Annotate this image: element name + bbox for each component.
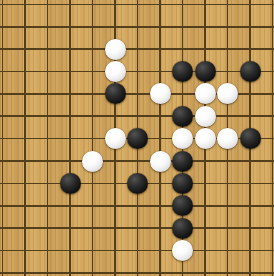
intersection-7-10[interactable]	[126, 195, 149, 217]
intersection-9-3[interactable]	[171, 38, 194, 60]
intersection-3-1[interactable]	[36, 0, 59, 16]
intersection-9-2[interactable]	[171, 16, 194, 38]
intersection-2-2[interactable]	[14, 16, 37, 38]
intersection-7-11[interactable]	[126, 217, 149, 239]
intersection-9-8[interactable]	[171, 150, 194, 172]
intersection-4-12[interactable]	[59, 239, 82, 261]
intersection-12-6[interactable]	[239, 105, 262, 127]
intersection-12-12[interactable]	[239, 239, 262, 261]
intersection-9-9[interactable]	[171, 172, 194, 194]
intersection-5-9[interactable]	[81, 172, 104, 194]
intersection-3-7[interactable]	[36, 127, 59, 149]
intersection-3-3[interactable]	[36, 38, 59, 60]
intersection-7-5[interactable]	[126, 83, 149, 105]
intersection-8-3[interactable]	[149, 38, 172, 60]
intersection-13-3[interactable]	[261, 38, 274, 60]
intersection-9-13[interactable]	[171, 262, 194, 276]
intersection-5-2[interactable]	[81, 16, 104, 38]
intersection-4-10[interactable]	[59, 195, 82, 217]
intersection-2-12[interactable]	[14, 239, 37, 261]
white-stone[interactable]	[105, 39, 126, 60]
intersection-2-5[interactable]	[14, 83, 37, 105]
intersection-3-4[interactable]	[36, 60, 59, 82]
intersection-12-3[interactable]	[239, 38, 262, 60]
intersection-11-3[interactable]	[216, 38, 239, 60]
intersection-10-5[interactable]	[194, 83, 217, 105]
intersection-13-11[interactable]	[261, 217, 274, 239]
black-stone[interactable]	[60, 173, 81, 194]
intersection-9-6[interactable]	[171, 105, 194, 127]
intersection-4-7[interactable]	[59, 127, 82, 149]
black-stone[interactable]	[127, 128, 148, 149]
intersection-7-9[interactable]	[126, 172, 149, 194]
intersection-8-12[interactable]	[149, 239, 172, 261]
intersection-10-3[interactable]	[194, 38, 217, 60]
black-stone[interactable]	[172, 61, 193, 82]
intersection-12-11[interactable]	[239, 217, 262, 239]
intersection-8-6[interactable]	[149, 105, 172, 127]
intersection-3-11[interactable]	[36, 217, 59, 239]
intersection-12-8[interactable]	[239, 150, 262, 172]
intersection-6-10[interactable]	[104, 195, 127, 217]
intersection-10-12[interactable]	[194, 239, 217, 261]
intersection-8-13[interactable]	[149, 262, 172, 276]
white-stone[interactable]	[172, 128, 193, 149]
intersection-13-13[interactable]	[261, 262, 274, 276]
intersection-3-8[interactable]	[36, 150, 59, 172]
intersection-2-1[interactable]	[14, 0, 37, 16]
intersection-8-10[interactable]	[149, 195, 172, 217]
intersection-7-3[interactable]	[126, 38, 149, 60]
intersection-7-6[interactable]	[126, 105, 149, 127]
black-stone[interactable]	[105, 83, 126, 104]
intersection-6-3[interactable]	[104, 38, 127, 60]
intersection-10-2[interactable]	[194, 16, 217, 38]
board-grid	[0, 0, 274, 276]
intersection-2-11[interactable]	[14, 217, 37, 239]
intersection-4-3[interactable]	[59, 38, 82, 60]
intersection-12-13[interactable]	[239, 262, 262, 276]
intersection-8-2[interactable]	[149, 16, 172, 38]
intersection-5-12[interactable]	[81, 239, 104, 261]
intersection-6-13[interactable]	[104, 262, 127, 276]
intersection-13-5[interactable]	[261, 83, 274, 105]
intersection-1-3[interactable]	[0, 38, 14, 60]
intersection-8-11[interactable]	[149, 217, 172, 239]
black-stone[interactable]	[240, 61, 261, 82]
intersection-12-1[interactable]	[239, 0, 262, 16]
intersection-1-2[interactable]	[0, 16, 14, 38]
intersection-11-9[interactable]	[216, 172, 239, 194]
intersection-3-12[interactable]	[36, 239, 59, 261]
intersection-6-12[interactable]	[104, 239, 127, 261]
intersection-5-8[interactable]	[81, 150, 104, 172]
intersection-6-1[interactable]	[104, 0, 127, 16]
intersection-13-12[interactable]	[261, 239, 274, 261]
intersection-1-6[interactable]	[0, 105, 14, 127]
intersection-1-10[interactable]	[0, 195, 14, 217]
intersection-13-4[interactable]	[261, 60, 274, 82]
intersection-1-7[interactable]	[0, 127, 14, 149]
intersection-11-2[interactable]	[216, 16, 239, 38]
intersection-2-3[interactable]	[14, 38, 37, 60]
intersection-10-7[interactable]	[194, 127, 217, 149]
intersection-13-9[interactable]	[261, 172, 274, 194]
intersection-8-7[interactable]	[149, 127, 172, 149]
intersection-1-11[interactable]	[0, 217, 14, 239]
intersection-2-10[interactable]	[14, 195, 37, 217]
intersection-1-1[interactable]	[0, 0, 14, 16]
intersection-5-1[interactable]	[81, 0, 104, 16]
black-stone[interactable]	[127, 173, 148, 194]
intersection-11-5[interactable]	[216, 83, 239, 105]
intersection-2-13[interactable]	[14, 262, 37, 276]
intersection-4-4[interactable]	[59, 60, 82, 82]
intersection-6-7[interactable]	[104, 127, 127, 149]
white-stone[interactable]	[105, 61, 126, 82]
intersection-7-12[interactable]	[126, 239, 149, 261]
intersection-13-8[interactable]	[261, 150, 274, 172]
intersection-10-13[interactable]	[194, 262, 217, 276]
intersection-10-9[interactable]	[194, 172, 217, 194]
intersection-4-13[interactable]	[59, 262, 82, 276]
intersection-1-4[interactable]	[0, 60, 14, 82]
black-stone[interactable]	[172, 218, 193, 239]
intersection-11-12[interactable]	[216, 239, 239, 261]
white-stone[interactable]	[195, 128, 216, 149]
intersection-13-6[interactable]	[261, 105, 274, 127]
intersection-9-10[interactable]	[171, 195, 194, 217]
white-stone[interactable]	[217, 128, 238, 149]
intersection-4-1[interactable]	[59, 0, 82, 16]
intersection-12-9[interactable]	[239, 172, 262, 194]
intersection-9-1[interactable]	[171, 0, 194, 16]
intersection-6-8[interactable]	[104, 150, 127, 172]
intersection-7-1[interactable]	[126, 0, 149, 16]
intersection-6-4[interactable]	[104, 60, 127, 82]
white-stone[interactable]	[195, 83, 216, 104]
intersection-11-1[interactable]	[216, 0, 239, 16]
intersection-12-5[interactable]	[239, 83, 262, 105]
intersection-13-2[interactable]	[261, 16, 274, 38]
intersection-10-6[interactable]	[194, 105, 217, 127]
intersection-8-5[interactable]	[149, 83, 172, 105]
intersection-13-10[interactable]	[261, 195, 274, 217]
intersection-11-13[interactable]	[216, 262, 239, 276]
intersection-9-12[interactable]	[171, 239, 194, 261]
intersection-10-10[interactable]	[194, 195, 217, 217]
intersection-1-5[interactable]	[0, 83, 14, 105]
intersection-9-11[interactable]	[171, 217, 194, 239]
intersection-8-9[interactable]	[149, 172, 172, 194]
intersection-8-1[interactable]	[149, 0, 172, 16]
intersection-3-10[interactable]	[36, 195, 59, 217]
intersection-9-5[interactable]	[171, 83, 194, 105]
white-stone[interactable]	[82, 151, 103, 172]
black-stone[interactable]	[172, 195, 193, 216]
go-board	[0, 0, 274, 276]
intersection-9-7[interactable]	[171, 127, 194, 149]
intersection-12-7[interactable]	[239, 127, 262, 149]
intersection-5-13[interactable]	[81, 262, 104, 276]
intersection-3-13[interactable]	[36, 262, 59, 276]
intersection-4-6[interactable]	[59, 105, 82, 127]
intersection-11-6[interactable]	[216, 105, 239, 127]
intersection-7-2[interactable]	[126, 16, 149, 38]
intersection-13-1[interactable]	[261, 0, 274, 16]
white-stone[interactable]	[150, 151, 171, 172]
intersection-12-10[interactable]	[239, 195, 262, 217]
intersection-6-9[interactable]	[104, 172, 127, 194]
intersection-11-4[interactable]	[216, 60, 239, 82]
black-stone[interactable]	[172, 151, 193, 172]
intersection-13-7[interactable]	[261, 127, 274, 149]
white-stone[interactable]	[105, 128, 126, 149]
intersection-5-7[interactable]	[81, 127, 104, 149]
intersection-3-9[interactable]	[36, 172, 59, 194]
intersection-4-2[interactable]	[59, 16, 82, 38]
intersection-2-7[interactable]	[14, 127, 37, 149]
intersection-8-4[interactable]	[149, 60, 172, 82]
intersection-7-8[interactable]	[126, 150, 149, 172]
intersection-11-10[interactable]	[216, 195, 239, 217]
intersection-5-4[interactable]	[81, 60, 104, 82]
intersection-2-4[interactable]	[14, 60, 37, 82]
intersection-7-13[interactable]	[126, 262, 149, 276]
intersection-9-4[interactable]	[171, 60, 194, 82]
intersection-10-1[interactable]	[194, 0, 217, 16]
intersection-10-4[interactable]	[194, 60, 217, 82]
intersection-6-2[interactable]	[104, 16, 127, 38]
white-stone[interactable]	[217, 83, 238, 104]
intersection-5-6[interactable]	[81, 105, 104, 127]
intersection-5-5[interactable]	[81, 83, 104, 105]
white-stone[interactable]	[172, 240, 193, 261]
intersection-12-2[interactable]	[239, 16, 262, 38]
intersection-3-2[interactable]	[36, 16, 59, 38]
white-stone[interactable]	[195, 106, 216, 127]
intersection-1-8[interactable]	[0, 150, 14, 172]
black-stone[interactable]	[172, 106, 193, 127]
intersection-10-11[interactable]	[194, 217, 217, 239]
intersection-3-5[interactable]	[36, 83, 59, 105]
intersection-3-6[interactable]	[36, 105, 59, 127]
black-stone[interactable]	[240, 128, 261, 149]
intersection-6-6[interactable]	[104, 105, 127, 127]
intersection-6-5[interactable]	[104, 83, 127, 105]
white-stone[interactable]	[150, 83, 171, 104]
intersection-7-7[interactable]	[126, 127, 149, 149]
intersection-1-12[interactable]	[0, 239, 14, 261]
intersection-11-8[interactable]	[216, 150, 239, 172]
intersection-5-10[interactable]	[81, 195, 104, 217]
intersection-12-4[interactable]	[239, 60, 262, 82]
intersection-6-11[interactable]	[104, 217, 127, 239]
intersection-2-9[interactable]	[14, 172, 37, 194]
black-stone[interactable]	[195, 61, 216, 82]
intersection-8-8[interactable]	[149, 150, 172, 172]
intersection-11-11[interactable]	[216, 217, 239, 239]
intersection-1-13[interactable]	[0, 262, 14, 276]
black-stone[interactable]	[172, 173, 193, 194]
intersection-2-8[interactable]	[14, 150, 37, 172]
intersection-1-9[interactable]	[0, 172, 14, 194]
intersection-4-5[interactable]	[59, 83, 82, 105]
intersection-4-11[interactable]	[59, 217, 82, 239]
intersection-5-11[interactable]	[81, 217, 104, 239]
intersection-2-6[interactable]	[14, 105, 37, 127]
intersection-11-7[interactable]	[216, 127, 239, 149]
intersection-4-8[interactable]	[59, 150, 82, 172]
intersection-4-9[interactable]	[59, 172, 82, 194]
intersection-7-4[interactable]	[126, 60, 149, 82]
intersection-5-3[interactable]	[81, 38, 104, 60]
intersection-10-8[interactable]	[194, 150, 217, 172]
